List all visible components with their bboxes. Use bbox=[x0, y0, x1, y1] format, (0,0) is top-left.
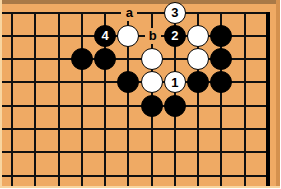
stone-white-move-3: 3 bbox=[164, 2, 186, 24]
board-bevel-bottom bbox=[0, 186, 280, 189]
stone-black bbox=[187, 71, 209, 93]
grid-line-horizontal bbox=[0, 151, 270, 153]
point-label-a: a bbox=[121, 5, 137, 21]
stone-white-move-1: 1 bbox=[164, 71, 186, 93]
grid-line-vertical bbox=[244, 12, 246, 189]
grid-line-vertical bbox=[81, 12, 83, 189]
grid-line-horizontal bbox=[0, 175, 270, 177]
stone-black bbox=[71, 48, 93, 70]
stone-white bbox=[117, 25, 139, 47]
stone-white bbox=[141, 71, 163, 93]
go-board[interactable]: a34b21 bbox=[0, 0, 280, 188]
point-label-b: b bbox=[145, 28, 161, 44]
stone-white bbox=[187, 48, 209, 70]
grid-line-vertical bbox=[34, 12, 36, 189]
board-right-edge-line bbox=[266, 12, 271, 189]
stone-black bbox=[164, 95, 186, 117]
grid-line-vertical bbox=[11, 12, 13, 189]
stone-black bbox=[210, 48, 232, 70]
stone-black bbox=[210, 25, 232, 47]
board-bevel-top bbox=[0, 0, 280, 4]
stone-black bbox=[210, 71, 232, 93]
stone-black bbox=[117, 71, 139, 93]
board-bevel-right bbox=[276, 0, 281, 188]
stone-black-move-4: 4 bbox=[94, 25, 116, 47]
stone-black bbox=[94, 48, 116, 70]
stone-black bbox=[141, 95, 163, 117]
grid-line-horizontal bbox=[0, 128, 270, 130]
board-bevel-left bbox=[0, 0, 2, 188]
grid-line-vertical bbox=[58, 12, 60, 189]
stone-white bbox=[187, 25, 209, 47]
grid-line-horizontal bbox=[0, 105, 270, 107]
stone-white bbox=[141, 48, 163, 70]
stone-black-move-2: 2 bbox=[164, 25, 186, 47]
